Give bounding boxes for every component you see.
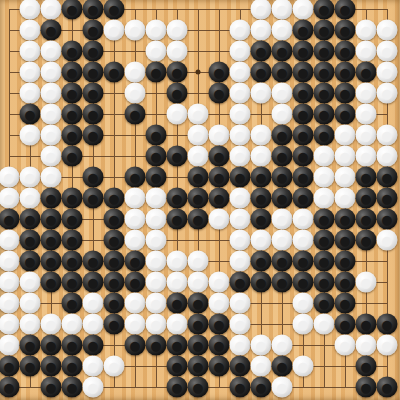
black-stone: ● — [314, 251, 335, 272]
black-stone: ● — [41, 335, 62, 356]
white-stone: ● — [230, 314, 251, 335]
white-stone: ● — [356, 20, 377, 41]
white-stone: ● — [314, 188, 335, 209]
black-stone: ● — [104, 314, 125, 335]
black-stone: ● — [62, 188, 83, 209]
white-stone: ● — [377, 335, 398, 356]
black-stone: ● — [251, 62, 272, 83]
black-stone: ● — [146, 335, 167, 356]
black-stone: ● — [167, 356, 188, 377]
white-stone: ● — [377, 41, 398, 62]
white-stone: ● — [335, 335, 356, 356]
black-stone: ● — [167, 188, 188, 209]
black-stone: ● — [335, 83, 356, 104]
black-stone: ● — [62, 209, 83, 230]
white-stone: ● — [293, 209, 314, 230]
white-stone: ● — [188, 104, 209, 125]
white-stone: ● — [167, 251, 188, 272]
white-stone: ● — [377, 62, 398, 83]
black-stone: ● — [125, 335, 146, 356]
white-stone: ● — [335, 188, 356, 209]
black-stone: ● — [377, 377, 398, 398]
white-stone: ● — [377, 125, 398, 146]
white-stone: ● — [356, 104, 377, 125]
black-stone: ● — [62, 146, 83, 167]
white-stone: ● — [230, 146, 251, 167]
white-stone: ● — [20, 41, 41, 62]
white-stone: ● — [251, 335, 272, 356]
black-stone: ● — [104, 62, 125, 83]
white-stone: ● — [41, 125, 62, 146]
black-stone: ● — [230, 272, 251, 293]
white-stone: ● — [20, 167, 41, 188]
black-stone: ● — [62, 104, 83, 125]
white-stone: ● — [293, 356, 314, 377]
white-stone: ● — [356, 272, 377, 293]
white-stone: ● — [377, 83, 398, 104]
white-stone: ● — [41, 104, 62, 125]
black-stone: ● — [356, 209, 377, 230]
white-stone: ● — [356, 83, 377, 104]
black-stone: ● — [209, 356, 230, 377]
white-stone: ● — [293, 230, 314, 251]
white-stone: ● — [125, 20, 146, 41]
black-stone: ● — [83, 251, 104, 272]
black-stone: ● — [335, 251, 356, 272]
black-stone: ● — [335, 41, 356, 62]
black-stone: ● — [293, 41, 314, 62]
white-stone: ● — [41, 62, 62, 83]
black-stone: ● — [314, 230, 335, 251]
black-stone: ● — [335, 314, 356, 335]
black-stone: ● — [314, 209, 335, 230]
white-stone: ● — [83, 377, 104, 398]
black-stone: ● — [314, 83, 335, 104]
white-stone: ● — [230, 188, 251, 209]
black-stone: ● — [356, 167, 377, 188]
black-stone: ● — [62, 356, 83, 377]
black-stone: ● — [251, 251, 272, 272]
black-stone: ● — [377, 167, 398, 188]
black-stone: ● — [167, 209, 188, 230]
black-stone: ● — [167, 293, 188, 314]
white-stone: ● — [167, 314, 188, 335]
black-stone: ● — [83, 272, 104, 293]
white-stone: ● — [293, 293, 314, 314]
black-stone: ● — [335, 293, 356, 314]
black-stone: ● — [251, 188, 272, 209]
white-stone: ● — [146, 209, 167, 230]
black-stone: ● — [41, 356, 62, 377]
white-stone: ● — [230, 251, 251, 272]
white-stone: ● — [335, 167, 356, 188]
black-stone: ● — [188, 293, 209, 314]
black-stone: ● — [188, 335, 209, 356]
black-stone: ● — [314, 293, 335, 314]
white-stone: ● — [251, 125, 272, 146]
black-stone: ● — [314, 41, 335, 62]
white-stone: ● — [251, 230, 272, 251]
white-stone: ● — [83, 356, 104, 377]
white-stone: ● — [356, 146, 377, 167]
white-stone: ● — [125, 314, 146, 335]
white-stone: ● — [146, 230, 167, 251]
white-stone: ● — [209, 125, 230, 146]
white-stone: ● — [230, 335, 251, 356]
black-stone: ● — [41, 230, 62, 251]
black-stone: ● — [104, 272, 125, 293]
white-stone: ● — [356, 41, 377, 62]
white-stone: ● — [167, 20, 188, 41]
star-point — [196, 70, 201, 75]
white-stone: ● — [188, 125, 209, 146]
white-stone: ● — [188, 272, 209, 293]
white-stone: ● — [272, 230, 293, 251]
black-stone: ● — [62, 83, 83, 104]
black-stone: ● — [41, 377, 62, 398]
white-stone: ● — [167, 272, 188, 293]
black-stone: ● — [209, 314, 230, 335]
black-stone: ● — [20, 209, 41, 230]
black-stone: ● — [83, 335, 104, 356]
white-stone: ● — [293, 314, 314, 335]
black-stone: ● — [62, 293, 83, 314]
black-stone: ● — [167, 146, 188, 167]
black-stone: ● — [251, 209, 272, 230]
white-stone: ● — [314, 314, 335, 335]
white-stone: ● — [251, 356, 272, 377]
go-board[interactable]: ●●●●●●●●●●●●●●●●●●●●●●●●●●●●●●●●●●●●●●●●… — [0, 0, 400, 400]
black-stone: ● — [146, 125, 167, 146]
black-stone: ● — [62, 251, 83, 272]
black-stone: ● — [104, 230, 125, 251]
black-stone: ● — [0, 377, 20, 398]
black-stone: ● — [272, 356, 293, 377]
white-stone: ● — [146, 20, 167, 41]
black-stone: ● — [209, 188, 230, 209]
black-stone: ● — [83, 167, 104, 188]
black-stone: ● — [335, 20, 356, 41]
white-stone: ● — [20, 188, 41, 209]
white-stone: ● — [356, 335, 377, 356]
white-stone: ● — [188, 146, 209, 167]
black-stone: ● — [356, 188, 377, 209]
black-stone: ● — [251, 167, 272, 188]
black-stone: ● — [230, 377, 251, 398]
black-stone: ● — [188, 377, 209, 398]
white-stone: ● — [272, 83, 293, 104]
black-stone: ● — [251, 377, 272, 398]
black-stone: ● — [356, 62, 377, 83]
white-stone: ● — [20, 272, 41, 293]
white-stone: ● — [272, 20, 293, 41]
black-stone: ● — [41, 251, 62, 272]
white-stone: ● — [20, 314, 41, 335]
white-stone: ● — [272, 104, 293, 125]
white-stone: ● — [230, 62, 251, 83]
white-stone: ● — [230, 83, 251, 104]
black-stone: ● — [314, 62, 335, 83]
white-stone: ● — [20, 83, 41, 104]
black-stone: ● — [314, 272, 335, 293]
black-stone: ● — [167, 335, 188, 356]
black-stone: ● — [41, 272, 62, 293]
white-stone: ● — [146, 314, 167, 335]
white-stone: ● — [335, 125, 356, 146]
white-stone: ● — [125, 293, 146, 314]
black-stone: ● — [272, 251, 293, 272]
white-stone: ● — [251, 20, 272, 41]
black-stone: ● — [272, 167, 293, 188]
white-stone: ● — [62, 314, 83, 335]
white-stone: ● — [356, 125, 377, 146]
black-stone: ● — [209, 83, 230, 104]
white-stone: ● — [209, 209, 230, 230]
black-stone: ● — [167, 377, 188, 398]
black-stone: ● — [188, 314, 209, 335]
white-stone: ● — [41, 41, 62, 62]
black-stone: ● — [293, 62, 314, 83]
white-stone: ● — [230, 41, 251, 62]
black-stone: ● — [20, 356, 41, 377]
white-stone: ● — [146, 272, 167, 293]
black-stone: ● — [188, 167, 209, 188]
black-stone: ● — [335, 104, 356, 125]
white-stone: ● — [104, 20, 125, 41]
black-stone: ● — [230, 356, 251, 377]
black-stone: ● — [62, 272, 83, 293]
white-stone: ● — [41, 167, 62, 188]
black-stone: ● — [83, 83, 104, 104]
white-stone: ● — [125, 230, 146, 251]
black-stone: ● — [188, 188, 209, 209]
white-stone: ● — [251, 146, 272, 167]
black-stone: ● — [20, 335, 41, 356]
black-stone: ● — [293, 83, 314, 104]
black-stone: ● — [377, 209, 398, 230]
black-stone: ● — [356, 356, 377, 377]
black-stone: ● — [41, 20, 62, 41]
black-stone: ● — [83, 62, 104, 83]
white-stone: ● — [377, 20, 398, 41]
black-stone: ● — [335, 62, 356, 83]
black-stone: ● — [293, 146, 314, 167]
white-stone: ● — [146, 41, 167, 62]
black-stone: ● — [356, 377, 377, 398]
black-stone: ● — [272, 41, 293, 62]
black-stone: ● — [20, 230, 41, 251]
white-stone: ● — [230, 209, 251, 230]
black-stone: ● — [146, 62, 167, 83]
black-stone: ● — [62, 41, 83, 62]
black-stone: ● — [167, 62, 188, 83]
white-stone: ● — [41, 83, 62, 104]
white-stone: ● — [272, 335, 293, 356]
black-stone: ● — [41, 188, 62, 209]
white-stone: ● — [20, 20, 41, 41]
black-stone: ● — [335, 209, 356, 230]
black-stone: ● — [293, 167, 314, 188]
black-stone: ● — [83, 104, 104, 125]
black-stone: ● — [314, 104, 335, 125]
black-stone: ● — [293, 20, 314, 41]
black-stone: ● — [356, 230, 377, 251]
black-stone: ● — [251, 41, 272, 62]
white-stone: ● — [314, 146, 335, 167]
black-stone: ● — [104, 251, 125, 272]
black-stone: ● — [209, 146, 230, 167]
black-stone: ● — [209, 62, 230, 83]
white-stone: ● — [20, 125, 41, 146]
black-stone: ● — [83, 188, 104, 209]
white-stone: ● — [125, 188, 146, 209]
black-stone: ● — [62, 335, 83, 356]
white-stone: ● — [209, 293, 230, 314]
white-stone: ● — [251, 83, 272, 104]
white-stone: ● — [125, 83, 146, 104]
black-stone: ● — [146, 146, 167, 167]
black-stone: ● — [83, 20, 104, 41]
white-stone: ● — [230, 125, 251, 146]
black-stone: ● — [62, 230, 83, 251]
black-stone: ● — [377, 188, 398, 209]
black-stone: ● — [272, 272, 293, 293]
black-stone: ● — [251, 272, 272, 293]
black-stone: ● — [314, 125, 335, 146]
black-stone: ● — [83, 41, 104, 62]
white-stone: ● — [230, 20, 251, 41]
black-stone: ● — [20, 104, 41, 125]
black-stone: ● — [83, 125, 104, 146]
black-stone: ● — [62, 62, 83, 83]
black-stone: ● — [62, 125, 83, 146]
black-stone: ● — [272, 125, 293, 146]
white-stone: ● — [230, 104, 251, 125]
white-stone: ● — [125, 62, 146, 83]
black-stone: ● — [125, 104, 146, 125]
white-stone: ● — [272, 209, 293, 230]
black-stone: ● — [20, 251, 41, 272]
black-stone: ● — [104, 293, 125, 314]
black-stone: ● — [146, 167, 167, 188]
black-stone: ● — [293, 104, 314, 125]
black-stone: ● — [272, 146, 293, 167]
black-stone: ● — [62, 377, 83, 398]
white-stone: ● — [41, 146, 62, 167]
black-stone: ● — [335, 230, 356, 251]
white-stone: ● — [314, 167, 335, 188]
white-stone: ● — [335, 146, 356, 167]
white-stone: ● — [20, 293, 41, 314]
black-stone: ● — [209, 335, 230, 356]
black-stone: ● — [272, 62, 293, 83]
white-stone: ● — [41, 314, 62, 335]
black-stone: ● — [104, 209, 125, 230]
black-stone: ● — [272, 188, 293, 209]
black-stone: ● — [293, 251, 314, 272]
white-stone: ● — [188, 251, 209, 272]
white-stone: ● — [146, 188, 167, 209]
white-stone: ● — [104, 356, 125, 377]
black-stone: ● — [125, 167, 146, 188]
white-stone: ● — [209, 272, 230, 293]
black-stone: ● — [314, 20, 335, 41]
black-stone: ● — [293, 272, 314, 293]
white-stone: ● — [377, 230, 398, 251]
white-stone: ● — [167, 104, 188, 125]
black-stone: ● — [167, 83, 188, 104]
black-stone: ● — [188, 356, 209, 377]
white-stone: ● — [230, 230, 251, 251]
black-stone: ● — [125, 251, 146, 272]
black-stone: ● — [335, 272, 356, 293]
black-stone: ● — [377, 314, 398, 335]
white-stone: ● — [20, 62, 41, 83]
white-stone: ● — [167, 41, 188, 62]
white-stone: ● — [146, 251, 167, 272]
white-stone: ● — [83, 314, 104, 335]
black-stone: ● — [293, 188, 314, 209]
white-stone: ● — [83, 293, 104, 314]
black-stone: ● — [293, 125, 314, 146]
white-stone: ● — [272, 377, 293, 398]
black-stone: ● — [230, 167, 251, 188]
black-stone: ● — [356, 314, 377, 335]
black-stone: ● — [41, 209, 62, 230]
black-stone: ● — [104, 188, 125, 209]
white-stone: ● — [230, 293, 251, 314]
white-stone: ● — [377, 146, 398, 167]
white-stone: ● — [146, 293, 167, 314]
white-stone: ● — [125, 209, 146, 230]
black-stone: ● — [125, 272, 146, 293]
black-stone: ● — [209, 167, 230, 188]
black-stone: ● — [188, 209, 209, 230]
